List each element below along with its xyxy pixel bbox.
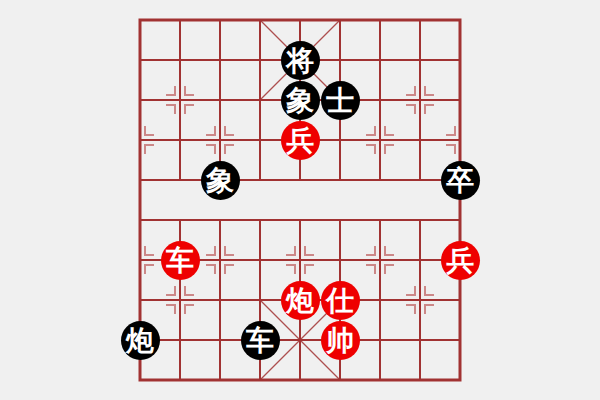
piece-red-advisor[interactable]: 仕 [321, 281, 360, 320]
piece-black-elephant[interactable]: 象 [281, 81, 320, 120]
xiangqi-diagram: 将象士兵象卒车兵炮仕炮车帅 [0, 0, 600, 400]
piece-red-soldier[interactable]: 兵 [441, 241, 480, 280]
piece-black-general[interactable]: 将 [281, 41, 320, 80]
piece-red-soldier[interactable]: 兵 [281, 121, 320, 160]
piece-red-chariot[interactable]: 车 [161, 241, 200, 280]
piece-black-elephant[interactable]: 象 [201, 161, 240, 200]
piece-red-general[interactable]: 帅 [321, 321, 360, 360]
piece-layer: 将象士兵象卒车兵炮仕炮车帅 [120, 0, 480, 400]
xiangqi-board: 将象士兵象卒车兵炮仕炮车帅 [120, 0, 480, 400]
piece-red-cannon[interactable]: 炮 [281, 281, 320, 320]
piece-black-advisor[interactable]: 士 [321, 81, 360, 120]
piece-black-soldier[interactable]: 卒 [441, 161, 480, 200]
piece-black-chariot[interactable]: 车 [241, 321, 280, 360]
piece-black-cannon[interactable]: 炮 [121, 321, 160, 360]
